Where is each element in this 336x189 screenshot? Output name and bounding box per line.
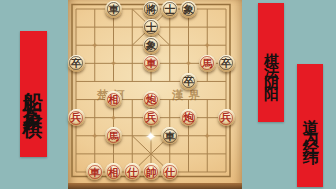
piece-black-advisor[interactable]: 士 bbox=[143, 19, 160, 36]
piece-glyph: 仕 bbox=[165, 167, 176, 178]
xiangqi-board[interactable]: 楚河 漢界 ✦ 車將士象士象卒卒卒車車馬相炮兵兵炮兵馬車相仕帥仕 bbox=[68, 0, 242, 189]
piece-glyph: 相 bbox=[108, 94, 119, 105]
piece-glyph: 馬 bbox=[108, 131, 119, 142]
piece-glyph: 相 bbox=[108, 167, 119, 178]
piece-glyph: 卒 bbox=[183, 76, 194, 87]
piece-glyph: 車 bbox=[146, 58, 157, 69]
banner-right-top-text: 棋法阴阳 bbox=[262, 41, 281, 85]
piece-black-soldier[interactable]: 卒 bbox=[218, 55, 235, 72]
piece-glyph: 車 bbox=[108, 4, 119, 15]
piece-black-elephant[interactable]: 象 bbox=[180, 1, 197, 18]
piece-glyph: 炮 bbox=[183, 112, 194, 123]
piece-glyph: 兵 bbox=[146, 112, 157, 123]
piece-glyph: 將 bbox=[146, 4, 157, 15]
piece-red-chariot[interactable]: 車 bbox=[143, 55, 160, 72]
piece-red-elephant[interactable]: 相 bbox=[105, 91, 122, 108]
banner-left-text: 船长象棋 bbox=[20, 76, 47, 112]
piece-black-soldier[interactable]: 卒 bbox=[180, 73, 197, 90]
banner-right-bottom-text: 道为经纬 bbox=[300, 106, 321, 146]
banner-right-top: 棋法阴阳 bbox=[258, 3, 284, 122]
piece-glyph: 帥 bbox=[146, 167, 157, 178]
piece-red-soldier[interactable]: 兵 bbox=[143, 109, 160, 126]
piece-glyph: 仕 bbox=[127, 167, 138, 178]
piece-black-elephant[interactable]: 象 bbox=[143, 37, 160, 54]
piece-glyph: 象 bbox=[183, 4, 194, 15]
piece-glyph: 象 bbox=[146, 40, 157, 51]
banner-left: 船长象棋 bbox=[20, 31, 47, 157]
piece-black-chariot[interactable]: 車 bbox=[105, 1, 122, 18]
piece-glyph: 兵 bbox=[221, 112, 232, 123]
piece-glyph: 士 bbox=[165, 4, 176, 15]
piece-red-general[interactable]: 帥 bbox=[143, 163, 160, 180]
piece-black-advisor[interactable]: 士 bbox=[161, 1, 178, 18]
piece-glyph: 馬 bbox=[202, 58, 213, 69]
piece-glyph: 卒 bbox=[71, 58, 82, 69]
piece-black-general[interactable]: 將 bbox=[143, 1, 160, 18]
piece-glyph: 車 bbox=[165, 131, 176, 142]
piece-red-cannon[interactable]: 炮 bbox=[143, 91, 160, 108]
banner-right-bottom: 道为经纬 bbox=[297, 64, 323, 187]
piece-glyph: 炮 bbox=[146, 94, 157, 105]
piece-black-soldier[interactable]: 卒 bbox=[68, 55, 85, 72]
move-sparkle-effect: ✦ bbox=[146, 129, 157, 142]
piece-red-soldier[interactable]: 兵 bbox=[218, 109, 235, 126]
piece-red-horse[interactable]: 馬 bbox=[199, 55, 216, 72]
piece-red-soldier[interactable]: 兵 bbox=[68, 109, 85, 126]
piece-glyph: 車 bbox=[90, 167, 101, 178]
scene: 楚河 漢界 ✦ 車將士象士象卒卒卒車車馬相炮兵兵炮兵馬車相仕帥仕 船长象棋 棋法… bbox=[0, 0, 336, 189]
piece-glyph: 兵 bbox=[71, 112, 82, 123]
board-front-edge bbox=[68, 183, 242, 189]
piece-glyph: 卒 bbox=[221, 58, 232, 69]
piece-glyph: 士 bbox=[146, 22, 157, 33]
